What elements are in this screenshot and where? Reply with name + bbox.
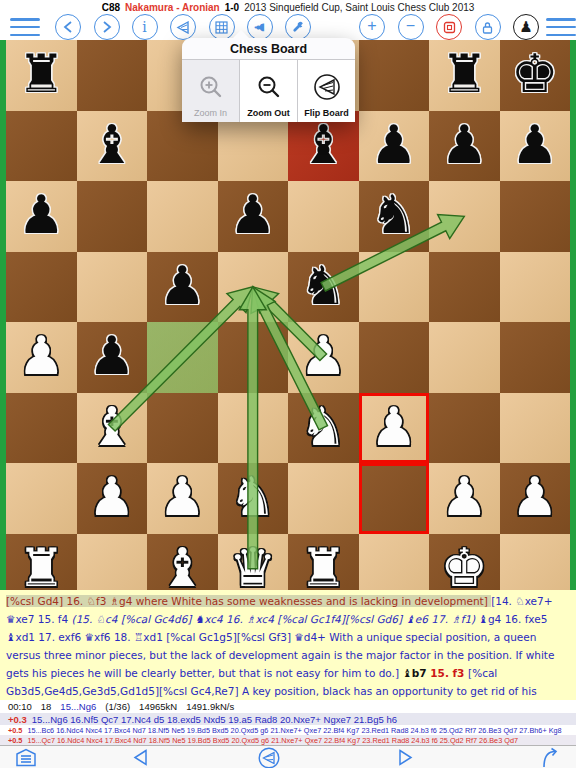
square-d6[interactable]: ♟ [218, 181, 289, 252]
white-bishop: ♝ [147, 534, 218, 591]
square-g4[interactable] [429, 322, 500, 393]
bottom-toolbar [0, 745, 576, 768]
square-f4[interactable] [359, 322, 430, 393]
event-name: 2013 Sinquefield Cup, Saint Louis Chess … [244, 2, 474, 13]
square-b6[interactable] [77, 181, 148, 252]
square-d1[interactable]: ♛ [218, 534, 289, 591]
black-pawn: ♟ [359, 111, 430, 182]
autoplay-back-button[interactable] [258, 747, 280, 768]
square-h3[interactable] [500, 393, 571, 464]
notation-list-button[interactable] [14, 748, 38, 768]
engine-score: +0.3 [8, 714, 27, 725]
tilted-piece-icon: ♟ [254, 21, 267, 33]
square-g3[interactable] [429, 393, 500, 464]
share-button[interactable] [540, 747, 562, 768]
square-e5[interactable]: ♞ [288, 252, 359, 323]
square-h8[interactable]: ♚ [500, 40, 571, 111]
engine-lines: +0.315...Ng6 16.Nf5 Qc7 17.Nc4 d5 18.exd… [0, 713, 576, 745]
sound-button[interactable] [170, 14, 196, 40]
board-grid-icon [215, 21, 228, 34]
magnifier-minus-icon [256, 69, 282, 105]
notation-list-icon [14, 748, 38, 767]
white-knight: ♞ [218, 463, 289, 534]
white-rook: ♜ [288, 534, 359, 591]
cpu-chip-icon [442, 20, 457, 35]
forward-button[interactable] [94, 14, 120, 40]
black-king: ♚ [500, 40, 571, 111]
engine-status-line: 00:10 18 15...Ng6 (1/36) 14965kN 1491.9k… [0, 700, 576, 713]
square-g2[interactable]: ♟ [429, 463, 500, 534]
black-pawn: ♟ [218, 181, 289, 252]
minus-icon: − [406, 18, 415, 34]
triangle-left-icon [133, 749, 148, 766]
square-g7[interactable]: ♟ [429, 111, 500, 182]
engine-line-1[interactable]: +0.315...Ng6 16.Nf5 Qc7 17.Nc4 d5 18.exd… [0, 713, 576, 725]
square-b8[interactable] [77, 40, 148, 111]
share-arrow-icon [540, 747, 562, 768]
engine-panel: 00:10 18 15...Ng6 (1/36) 14965kN 1491.9k… [0, 700, 576, 745]
engine-score: +0.5 [8, 736, 22, 745]
engine-speed: 1491.9kN/s [186, 701, 234, 712]
annotation-segment-5[interactable]: 15. f3 [430, 667, 468, 679]
tools-button[interactable] [285, 14, 311, 40]
white-king: ♚ [429, 534, 500, 591]
square-f7[interactable]: ♟ [359, 111, 430, 182]
chevron-right-icon [102, 21, 112, 33]
square-h2[interactable]: ♟ [500, 463, 571, 534]
zoom-in-popup-button: Zoom In [182, 60, 239, 122]
wrench-icon [290, 19, 306, 35]
engine-score: +0.5 [8, 726, 22, 735]
analysis-button[interactable]: ♟ [247, 14, 273, 40]
chevron-left-icon [63, 21, 73, 33]
engine-depth: 18 [41, 701, 52, 712]
square-h5[interactable] [500, 252, 571, 323]
engine-nodes: 14965kN [139, 701, 177, 712]
square-a4[interactable]: ♟ [6, 322, 77, 393]
engine-time: 00:10 [8, 701, 32, 712]
black-knight: ♞ [288, 252, 359, 323]
square-b7[interactable]: ♝ [77, 111, 148, 182]
zoom-out-button[interactable]: − [398, 14, 424, 40]
engine-moves: 15...Ng6 16.Nf5 Qc7 17.Nc4 d5 18.exd5 Nx… [32, 714, 397, 725]
black-knight: ♞ [359, 181, 430, 252]
square-f8[interactable] [359, 40, 430, 111]
speaker-icon [176, 21, 190, 34]
square-c3[interactable] [147, 393, 218, 464]
square-c4[interactable] [147, 322, 218, 393]
square-b5[interactable] [77, 252, 148, 323]
engine-line-3[interactable]: +0.515...Qc7 16.Ndc4 Nxc4 17.Bxc4 Nd7 18… [0, 735, 576, 745]
side-to-move-indicator[interactable]: ♟ [513, 14, 539, 40]
right-menu-icon[interactable] [546, 18, 576, 36]
square-b2[interactable]: ♟ [77, 463, 148, 534]
black-pawn: ♟ [500, 111, 571, 182]
game-result: 1-0 [225, 2, 239, 13]
engine-moves: 15...Bc6 16.Ndc4 Nxc4 17.Bxc4 Nd7 18.Nf5… [27, 726, 561, 735]
info-button[interactable]: i [132, 14, 158, 40]
annotation-text[interactable]: [%csl Gd4] 16. ♘f3 ♗g4 where White has s… [0, 590, 576, 700]
plus-icon: + [367, 18, 376, 34]
white-knight: ♞ [288, 393, 359, 464]
magnifier-plus-icon [198, 69, 224, 105]
previous-move-button[interactable] [133, 749, 148, 768]
square-h7[interactable]: ♟ [500, 111, 571, 182]
square-h6[interactable] [500, 181, 571, 252]
players-names: Nakamura - Aronian [125, 2, 220, 13]
square-g1[interactable]: ♚ [429, 534, 500, 591]
board-setup-button[interactable] [209, 14, 235, 40]
menu-icon[interactable] [10, 18, 40, 36]
board-area: ♜♛♜♚♝♝♟♟♟♟♟♞♟♞♟♟♟♝♞♟♟♟♞♟♟♜♝♛♜♚ [0, 40, 576, 590]
square-f1[interactable] [359, 534, 430, 591]
square-a6[interactable]: ♟ [6, 181, 77, 252]
back-button[interactable] [55, 14, 81, 40]
square-a3[interactable] [6, 393, 77, 464]
square-d5[interactable] [218, 252, 289, 323]
lock-icon [480, 20, 495, 35]
white-pawn: ♟ [77, 463, 148, 534]
square-a7[interactable] [6, 111, 77, 182]
square-b3[interactable]: ♝ [77, 393, 148, 464]
flip-board-popup-button[interactable]: Flip Board [297, 60, 355, 122]
square-c1[interactable]: ♝ [147, 534, 218, 591]
black-rook: ♜ [6, 40, 77, 111]
square-a1[interactable]: ♜ [6, 534, 77, 591]
square-e4[interactable]: ♟ [288, 322, 359, 393]
info-icon: i [142, 20, 146, 34]
square-a8[interactable]: ♜ [6, 40, 77, 111]
square-e1[interactable]: ♜ [288, 534, 359, 591]
square-d4[interactable] [218, 322, 289, 393]
popup-title: Chess Board [182, 38, 355, 60]
zoom-out-popup-button[interactable]: Zoom Out [239, 60, 297, 122]
white-pawn: ♟ [147, 463, 218, 534]
square-c5[interactable]: ♟ [147, 252, 218, 323]
white-pawn: ♟ [6, 322, 77, 393]
black-rook: ♜ [429, 40, 500, 111]
square-g5[interactable] [429, 252, 500, 323]
square-g6[interactable] [429, 181, 500, 252]
square-e3[interactable]: ♞ [288, 393, 359, 464]
chess-app-window: C88 Nakamura - Aronian 1-0 2013 Sinquefi… [0, 0, 576, 768]
square-g8[interactable]: ♜ [429, 40, 500, 111]
annotation-segment-2[interactable]: (15. ♘c4 [%cal Gc4d6] ♞xc4 16. ♗xc4 [%ca… [72, 613, 479, 625]
square-b1[interactable] [77, 534, 148, 591]
engine-line-2[interactable]: +0.515...Bc6 16.Ndc4 Nxc4 17.Bxc4 Nd7 18… [0, 725, 576, 735]
black-pawn: ♟ [6, 181, 77, 252]
eco-code: C88 [102, 2, 120, 13]
square-d3[interactable] [218, 393, 289, 464]
white-pawn: ♟ [359, 393, 430, 464]
annotation-segment-0[interactable]: [%csl Gd4] 16. ♘f3 ♗g4 where White has s… [6, 595, 491, 607]
next-move-button[interactable] [398, 749, 413, 768]
engine-progress: (1/36) [105, 701, 130, 712]
square-c2[interactable]: ♟ [147, 463, 218, 534]
top-toolbar: i ♟ [0, 14, 576, 40]
circled-flip-icon [258, 747, 280, 768]
square-b4[interactable]: ♟ [77, 322, 148, 393]
chess-board[interactable]: ♜♛♜♚♝♝♟♟♟♟♟♞♟♞♟♟♟♝♞♟♟♟♞♟♟♜♝♛♜♚ [6, 40, 570, 590]
engine-current-move: 15...Ng6 [60, 701, 96, 712]
square-h1[interactable] [500, 534, 571, 591]
flip-board-icon [313, 69, 341, 105]
black-pawn-icon: ♟ [519, 20, 532, 35]
black-pawn: ♟ [429, 111, 500, 182]
white-rook: ♜ [6, 534, 77, 591]
chess-board-popup: Chess Board Zoom In [182, 38, 355, 122]
square-e6[interactable] [288, 181, 359, 252]
square-c6[interactable] [147, 181, 218, 252]
white-bishop: ♝ [77, 393, 148, 464]
triangle-right-icon [398, 749, 413, 766]
white-queen: ♛ [218, 534, 289, 591]
lock-button[interactable] [475, 14, 501, 40]
engine-button[interactable] [436, 14, 462, 40]
square-f2[interactable] [359, 463, 430, 534]
square-f6[interactable]: ♞ [359, 181, 430, 252]
black-pawn: ♟ [147, 252, 218, 323]
square-e2[interactable] [288, 463, 359, 534]
annotation-segment-4[interactable]: ♝b7 [402, 667, 430, 679]
white-pawn: ♟ [429, 463, 500, 534]
white-pawn: ♟ [288, 322, 359, 393]
engine-moves: 15...Qc7 16.Ndc4 Nxc4 17.Bxc4 Nd7 18.Nf5… [27, 736, 518, 745]
square-f5[interactable] [359, 252, 430, 323]
square-a2[interactable] [6, 463, 77, 534]
square-h4[interactable] [500, 322, 571, 393]
zoom-in-button[interactable]: + [359, 14, 385, 40]
square-f3[interactable]: ♟ [359, 393, 430, 464]
black-pawn: ♟ [77, 322, 148, 393]
square-d2[interactable]: ♞ [218, 463, 289, 534]
black-bishop: ♝ [77, 111, 148, 182]
square-a5[interactable] [6, 252, 77, 323]
white-pawn: ♟ [500, 463, 571, 534]
popup-arrow [232, 30, 250, 39]
game-header: C88 Nakamura - Aronian 1-0 2013 Sinquefi… [0, 0, 576, 14]
